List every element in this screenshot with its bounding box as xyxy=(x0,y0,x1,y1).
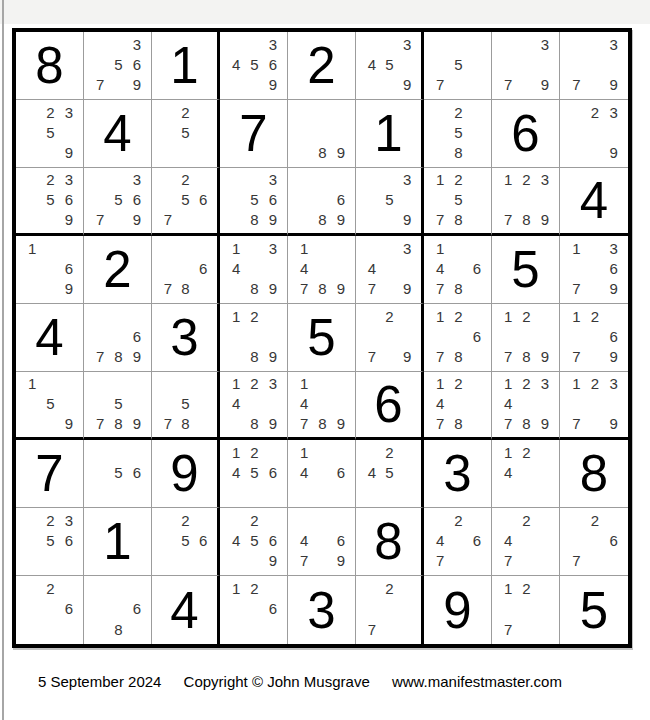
candidate-digit xyxy=(159,510,177,530)
candidate-digit xyxy=(159,102,177,122)
candidate-digit: 7 xyxy=(499,75,517,95)
candidate-digit: 9 xyxy=(60,143,78,163)
candidate-digit xyxy=(468,394,486,414)
candidate-digit xyxy=(159,258,177,278)
candidate-digit: 9 xyxy=(398,347,416,367)
candidate-digit xyxy=(295,510,313,530)
candidate-digit: 2 xyxy=(381,578,399,599)
candidate-digit xyxy=(363,75,381,95)
candidates: 126 xyxy=(220,576,287,644)
candidate-digit xyxy=(23,190,41,210)
candidate-digit xyxy=(517,75,535,95)
candidate-digit xyxy=(332,258,350,278)
candidate-digit xyxy=(227,619,245,640)
cell-r6c8: 1234789 xyxy=(492,372,560,440)
candidate-digit xyxy=(227,209,245,229)
candidate-digit xyxy=(245,619,263,640)
candidate-digit xyxy=(60,374,78,394)
candidate-digit: 8 xyxy=(517,347,535,367)
candidate-digit xyxy=(109,209,127,229)
cell-r4c5: 14789 xyxy=(288,236,356,304)
candidate-digit xyxy=(468,374,486,394)
candidate-digit xyxy=(91,326,109,346)
candidate-digit xyxy=(381,483,399,503)
candidate-digit: 1 xyxy=(23,374,41,394)
candidate-digit: 2 xyxy=(41,102,59,122)
candidate-digit xyxy=(567,258,586,278)
candidate-digit xyxy=(536,326,554,346)
candidate-digit xyxy=(567,394,586,414)
candidate-digit xyxy=(398,190,416,210)
cell-r1c7: 57 xyxy=(424,32,492,100)
candidate-digit xyxy=(586,34,605,54)
candidates: 1234789 xyxy=(492,372,559,437)
candidates: 3459 xyxy=(356,32,421,99)
candidate-digit: 2 xyxy=(381,442,399,462)
candidate-digit xyxy=(567,122,586,142)
cell-r2c4: 7 xyxy=(220,100,288,168)
candidate-digit: 3 xyxy=(60,170,78,190)
candidate-digit xyxy=(91,34,109,54)
candidate-digit xyxy=(194,122,212,142)
cell-r7c7: 3 xyxy=(424,440,492,508)
candidate-digit xyxy=(245,34,263,54)
candidates: 68 xyxy=(84,576,151,644)
candidate-digit xyxy=(517,599,535,620)
cell-r8c9: 267 xyxy=(560,508,628,576)
candidate-digit xyxy=(586,413,605,433)
candidate-digit xyxy=(567,510,586,530)
candidate-digit xyxy=(517,530,535,550)
given-digit: 4 xyxy=(84,100,151,167)
candidate-digit xyxy=(313,190,331,210)
candidates: 127 xyxy=(492,576,559,644)
candidate-digit: 9 xyxy=(536,75,554,95)
candidate-digit: 1 xyxy=(23,238,41,258)
candidate-digit xyxy=(245,258,263,278)
candidate-digit xyxy=(517,34,535,54)
candidate-digit: 5 xyxy=(381,462,399,482)
candidate-digit: 1 xyxy=(431,306,449,326)
cell-r2c1: 2359 xyxy=(16,100,84,168)
candidate-digit xyxy=(159,394,177,414)
candidate-digit xyxy=(586,238,605,258)
candidate-digit xyxy=(468,510,486,530)
candidate-digit: 6 xyxy=(128,462,146,482)
candidate-digit: 9 xyxy=(332,413,350,433)
candidate-digit xyxy=(227,170,245,190)
candidate-digit xyxy=(313,510,331,530)
candidate-digit xyxy=(363,190,381,210)
given-digit: 3 xyxy=(424,440,491,507)
candidate-digit: 1 xyxy=(431,374,449,394)
candidates: 124 xyxy=(492,440,559,507)
candidate-digit: 7 xyxy=(499,347,517,367)
candidate-digit xyxy=(109,34,127,54)
candidate-digit xyxy=(245,551,263,571)
candidate-digit: 9 xyxy=(332,209,350,229)
cell-r8c5: 4679 xyxy=(288,508,356,576)
candidate-digit xyxy=(586,54,605,74)
candidates: 34569 xyxy=(220,32,287,99)
candidate-digit xyxy=(449,530,467,550)
candidate-digit xyxy=(536,483,554,503)
candidate-digit xyxy=(332,483,350,503)
given-digit: 4 xyxy=(16,304,83,371)
candidate-digit xyxy=(398,306,416,326)
candidate-digit xyxy=(23,258,41,278)
candidate-digit xyxy=(23,530,41,550)
cell-r6c2: 5789 xyxy=(84,372,152,440)
candidate-digit: 9 xyxy=(398,209,416,229)
cell-r1c3: 1 xyxy=(152,32,220,100)
candidate-digit xyxy=(536,551,554,571)
candidate-digit: 2 xyxy=(177,102,195,122)
candidate-digit xyxy=(227,34,245,54)
candidate-digit: 7 xyxy=(91,347,109,367)
candidate-digit xyxy=(109,374,127,394)
cell-r7c3: 9 xyxy=(152,440,220,508)
candidate-digit xyxy=(381,279,399,299)
candidate-digit: 8 xyxy=(313,279,331,299)
candidate-digit: 7 xyxy=(431,551,449,571)
candidate-digit: 2 xyxy=(517,578,535,599)
candidate-digit: 5 xyxy=(449,190,467,210)
candidate-digit xyxy=(194,143,212,163)
cell-r6c9: 12379 xyxy=(560,372,628,440)
candidate-digit xyxy=(245,394,263,414)
candidate-digit xyxy=(604,394,623,414)
candidate-digit xyxy=(536,578,554,599)
candidate-digit xyxy=(313,483,331,503)
candidate-digit: 2 xyxy=(517,442,535,462)
candidate-digit xyxy=(159,551,177,571)
candidate-digit xyxy=(109,75,127,95)
candidate-digit xyxy=(23,102,41,122)
candidate-digit xyxy=(363,238,381,258)
candidate-digit xyxy=(313,551,331,571)
candidate-digit: 7 xyxy=(431,75,449,95)
candidate-digit xyxy=(313,170,331,190)
candidate-digit xyxy=(586,394,605,414)
candidate-digit: 6 xyxy=(128,326,146,346)
candidate-digit: 7 xyxy=(431,347,449,367)
cell-r5c5: 5 xyxy=(288,304,356,372)
candidate-digit: 3 xyxy=(60,510,78,530)
candidate-digit: 2 xyxy=(517,374,535,394)
cell-r5c4: 1289 xyxy=(220,304,288,372)
candidate-digit: 2 xyxy=(245,578,263,599)
candidate-digit: 1 xyxy=(567,238,586,258)
candidate-digit xyxy=(194,209,212,229)
candidates: 12789 xyxy=(492,304,559,371)
candidate-digit: 3 xyxy=(398,34,416,54)
candidate-digit xyxy=(586,326,605,346)
candidates: 56 xyxy=(84,440,151,507)
candidate-digit: 6 xyxy=(264,530,282,550)
candidate-digit: 2 xyxy=(245,306,263,326)
candidate-digit xyxy=(41,374,59,394)
candidate-digit: 7 xyxy=(295,413,313,433)
candidate-digit: 8 xyxy=(449,413,467,433)
given-digit: 1 xyxy=(84,508,151,575)
candidate-digit: 7 xyxy=(159,279,177,299)
candidate-digit xyxy=(567,102,586,122)
candidate-digit: 6 xyxy=(264,190,282,210)
candidate-digit: 3 xyxy=(604,34,623,54)
candidate-digit xyxy=(23,279,41,299)
candidates: 689 xyxy=(288,168,355,233)
candidate-digit xyxy=(41,209,59,229)
candidates: 123489 xyxy=(220,372,287,437)
candidate-digit xyxy=(23,209,41,229)
candidate-digit xyxy=(227,510,245,530)
candidates: 12678 xyxy=(424,304,491,371)
candidate-digit xyxy=(431,510,449,530)
candidate-digit xyxy=(468,122,486,142)
candidate-digit: 5 xyxy=(109,394,127,414)
candidates: 379 xyxy=(560,32,628,99)
candidate-digit: 5 xyxy=(245,530,263,550)
candidate-digit xyxy=(91,170,109,190)
footer-copyright: Copyright © John Musgrave xyxy=(184,673,370,690)
candidate-digit xyxy=(91,306,109,326)
candidate-digit: 8 xyxy=(449,209,467,229)
candidate-digit xyxy=(23,619,41,640)
candidate-digit xyxy=(449,394,467,414)
candidate-digit: 7 xyxy=(363,347,381,367)
candidate-digit xyxy=(586,258,605,278)
candidate-digit: 9 xyxy=(128,209,146,229)
candidate-digit xyxy=(60,238,78,258)
candidate-digit: 5 xyxy=(177,394,195,414)
candidate-digit xyxy=(431,34,449,54)
cell-r4c6: 3479 xyxy=(356,236,424,304)
candidate-digit xyxy=(245,238,263,258)
candidate-digit xyxy=(586,122,605,142)
candidate-digit xyxy=(499,483,517,503)
candidate-digit: 3 xyxy=(604,374,623,394)
candidate-digit xyxy=(128,442,146,462)
candidate-digit: 1 xyxy=(431,238,449,258)
candidates: 678 xyxy=(152,236,217,303)
candidate-digit xyxy=(264,394,282,414)
candidate-digit xyxy=(363,483,381,503)
candidate-digit xyxy=(536,394,554,414)
candidate-digit: 8 xyxy=(517,413,535,433)
candidate-digit: 3 xyxy=(264,374,282,394)
candidate-digit xyxy=(91,462,109,482)
candidate-digit: 7 xyxy=(567,279,586,299)
candidates: 123789 xyxy=(492,168,559,233)
candidate-digit xyxy=(177,209,195,229)
given-digit: 4 xyxy=(152,576,217,644)
candidate-digit xyxy=(517,462,535,482)
candidate-digit xyxy=(468,170,486,190)
candidate-digit: 4 xyxy=(227,394,245,414)
candidate-digit: 7 xyxy=(91,209,109,229)
candidate-digit: 8 xyxy=(245,413,263,433)
candidate-digit xyxy=(177,551,195,571)
cell-r4c2: 2 xyxy=(84,236,152,304)
candidates: 35679 xyxy=(84,32,151,99)
candidate-digit: 6 xyxy=(60,530,78,550)
cell-r8c6: 8 xyxy=(356,508,424,576)
candidate-digit: 6 xyxy=(604,258,623,278)
cell-r5c6: 279 xyxy=(356,304,424,372)
candidate-digit: 1 xyxy=(499,170,517,190)
candidate-digit xyxy=(91,578,109,599)
candidates: 14678 xyxy=(424,236,491,303)
candidate-digit xyxy=(449,551,467,571)
candidate-digit: 9 xyxy=(536,413,554,433)
candidate-digit xyxy=(449,75,467,95)
candidate-digit: 2 xyxy=(245,510,263,530)
candidate-digit xyxy=(586,143,605,163)
candidate-digit xyxy=(499,599,517,620)
candidate-digit xyxy=(60,578,78,599)
candidate-digit xyxy=(41,619,59,640)
candidate-digit xyxy=(23,413,41,433)
given-digit: 8 xyxy=(560,440,628,507)
candidate-digit xyxy=(381,34,399,54)
candidate-digit xyxy=(60,551,78,571)
candidates: 14789 xyxy=(288,236,355,303)
candidate-digit xyxy=(468,209,486,229)
candidate-digit: 4 xyxy=(431,394,449,414)
candidate-digit: 2 xyxy=(41,578,59,599)
candidate-digit xyxy=(91,619,109,640)
candidate-digit xyxy=(586,551,605,571)
candidate-digit: 1 xyxy=(499,374,517,394)
candidate-digit: 4 xyxy=(431,258,449,278)
candidate-digit: 2 xyxy=(177,170,195,190)
candidates: 245 xyxy=(356,440,421,507)
cell-r7c1: 7 xyxy=(16,440,84,508)
candidate-digit: 8 xyxy=(313,209,331,229)
candidate-digit: 7 xyxy=(363,619,381,640)
candidate-digit xyxy=(332,102,350,122)
candidate-digit xyxy=(194,279,212,299)
candidate-digit xyxy=(194,170,212,190)
candidate-digit xyxy=(264,578,282,599)
cell-r6c3: 578 xyxy=(152,372,220,440)
candidate-digit xyxy=(468,190,486,210)
candidate-digit xyxy=(41,238,59,258)
candidates: 247 xyxy=(492,508,559,575)
candidate-digit xyxy=(449,34,467,54)
candidate-digit: 9 xyxy=(128,413,146,433)
candidate-digit: 3 xyxy=(536,170,554,190)
candidate-digit xyxy=(468,75,486,95)
cell-r8c7: 2467 xyxy=(424,508,492,576)
candidate-digit xyxy=(604,510,623,530)
candidate-digit xyxy=(91,394,109,414)
given-digit: 5 xyxy=(560,576,628,644)
cell-r4c4: 13489 xyxy=(220,236,288,304)
candidate-digit: 1 xyxy=(227,374,245,394)
candidate-digit xyxy=(604,306,623,326)
candidate-digit xyxy=(264,258,282,278)
candidate-digit: 1 xyxy=(567,306,586,326)
candidate-digit: 5 xyxy=(245,190,263,210)
candidate-digit xyxy=(227,190,245,210)
given-digit: 1 xyxy=(152,32,217,99)
candidate-digit xyxy=(586,347,605,367)
candidate-digit: 6 xyxy=(60,599,78,620)
candidates: 26 xyxy=(16,576,83,644)
candidate-digit: 1 xyxy=(499,578,517,599)
candidate-digit: 8 xyxy=(517,209,535,229)
candidate-digit xyxy=(91,54,109,74)
candidate-digit xyxy=(536,442,554,462)
cell-r7c2: 56 xyxy=(84,440,152,508)
candidate-digit: 4 xyxy=(499,530,517,550)
given-digit: 7 xyxy=(220,100,287,167)
candidate-digit: 9 xyxy=(398,75,416,95)
candidate-digit xyxy=(227,599,245,620)
candidate-digit: 7 xyxy=(499,551,517,571)
candidate-digit xyxy=(264,306,282,326)
cell-r2c7: 258 xyxy=(424,100,492,168)
candidates: 258 xyxy=(424,100,491,167)
candidate-digit xyxy=(468,347,486,367)
candidate-digit xyxy=(109,483,127,503)
cell-r1c1: 8 xyxy=(16,32,84,100)
candidate-digit: 7 xyxy=(567,75,586,95)
candidate-digit xyxy=(398,578,416,599)
candidate-digit xyxy=(23,170,41,190)
candidate-digit xyxy=(313,530,331,550)
candidate-digit xyxy=(177,143,195,163)
cell-r8c1: 2356 xyxy=(16,508,84,576)
candidate-digit: 9 xyxy=(264,413,282,433)
candidate-digit xyxy=(363,578,381,599)
candidate-digit: 7 xyxy=(499,209,517,229)
candidate-digit xyxy=(468,143,486,163)
candidate-digit: 5 xyxy=(177,122,195,142)
footer-date: 5 September 2024 xyxy=(38,673,161,690)
candidate-digit xyxy=(381,209,399,229)
candidate-digit xyxy=(128,306,146,326)
candidates: 4679 xyxy=(288,508,355,575)
candidate-digit xyxy=(128,619,146,640)
candidate-digit: 6 xyxy=(468,530,486,550)
cell-r5c7: 12678 xyxy=(424,304,492,372)
cell-r2c8: 6 xyxy=(492,100,560,168)
cell-r5c9: 12679 xyxy=(560,304,628,372)
candidate-digit xyxy=(536,530,554,550)
cell-r9c6: 27 xyxy=(356,576,424,644)
cell-r2c2: 4 xyxy=(84,100,152,168)
candidate-digit: 7 xyxy=(159,209,177,229)
cell-r5c3: 3 xyxy=(152,304,220,372)
candidate-digit: 2 xyxy=(586,102,605,122)
candidate-digit xyxy=(23,510,41,530)
candidate-digit: 6 xyxy=(332,530,350,550)
cell-r9c7: 9 xyxy=(424,576,492,644)
cell-r1c2: 35679 xyxy=(84,32,152,100)
cell-r3c9: 4 xyxy=(560,168,628,236)
candidate-digit: 5 xyxy=(245,462,263,482)
candidate-digit xyxy=(194,413,212,433)
candidate-digit xyxy=(41,258,59,278)
candidate-digit xyxy=(245,170,263,190)
cell-r1c4: 34569 xyxy=(220,32,288,100)
given-digit: 4 xyxy=(560,168,628,233)
candidate-digit: 7 xyxy=(499,619,517,640)
candidate-digit: 3 xyxy=(264,170,282,190)
